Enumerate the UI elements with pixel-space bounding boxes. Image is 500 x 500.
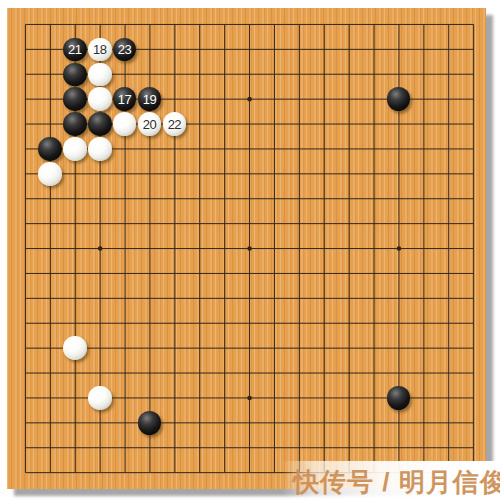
stone-black <box>387 386 411 410</box>
stone-white <box>88 137 112 161</box>
stone-black <box>63 63 87 87</box>
stone-black-21: 21 <box>63 38 87 62</box>
stone-white <box>88 87 112 111</box>
go-board: 21182317192022 <box>7 8 486 489</box>
stone-black <box>63 87 87 111</box>
stone-white-18: 18 <box>88 38 112 62</box>
stone-black <box>38 137 62 161</box>
watermark-text: 快传号 / 明月信俊 <box>293 465 500 497</box>
stone-white <box>88 63 112 87</box>
stone-white <box>113 112 137 136</box>
stone-black <box>387 87 411 111</box>
stone-black <box>63 112 87 136</box>
stones-layer: 21182317192022 <box>13 12 486 485</box>
stone-white-22: 22 <box>163 112 187 136</box>
stone-white <box>63 336 87 360</box>
stone-black-19: 19 <box>138 87 162 111</box>
stone-black <box>88 112 112 136</box>
page: 21182317192022 快传号 / 明月信俊 <box>0 0 500 500</box>
stone-black <box>138 411 162 435</box>
stone-white <box>63 137 87 161</box>
stone-black-17: 17 <box>113 87 137 111</box>
stone-white-20: 20 <box>138 112 162 136</box>
stone-white <box>38 162 62 186</box>
stone-black-23: 23 <box>113 38 137 62</box>
stone-white <box>88 386 112 410</box>
